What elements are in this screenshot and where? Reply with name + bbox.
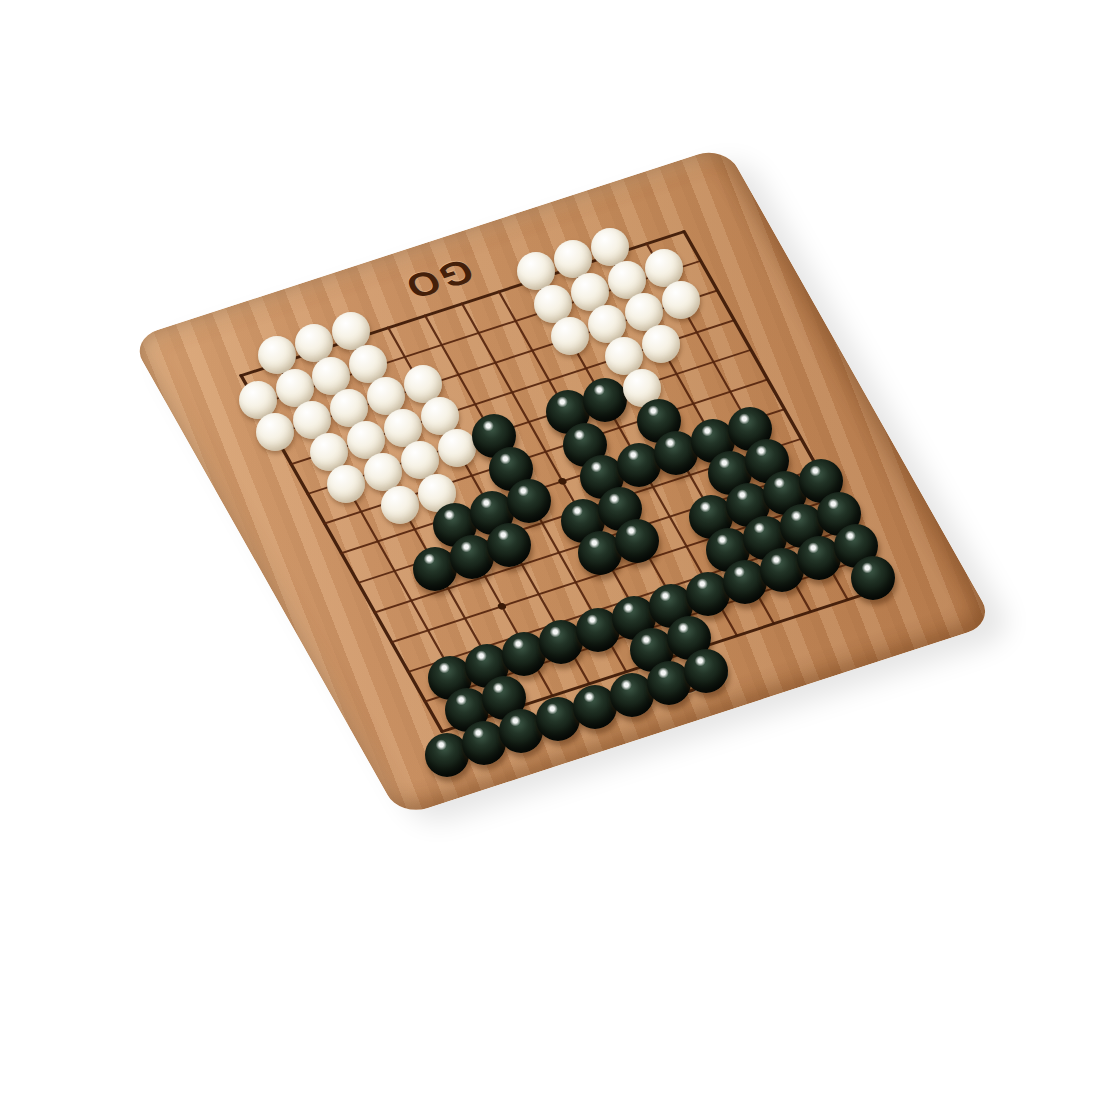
product-photo-scene: GO GO	[0, 0, 1100, 1100]
black-stone[interactable]	[487, 523, 531, 567]
white-stone[interactable]	[551, 317, 589, 355]
black-stone[interactable]	[507, 479, 551, 523]
white-stone[interactable]	[662, 281, 700, 319]
black-stone[interactable]	[615, 519, 659, 563]
white-stone[interactable]	[256, 413, 294, 451]
black-stone[interactable]	[684, 649, 728, 693]
black-stone[interactable]	[583, 378, 627, 422]
white-stone[interactable]	[381, 486, 419, 524]
